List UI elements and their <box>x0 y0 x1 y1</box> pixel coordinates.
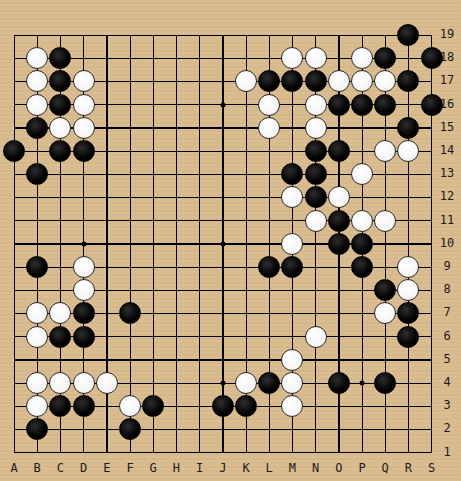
row-label-5: 5 <box>435 352 459 366</box>
stone-white-M18[interactable] <box>281 47 303 69</box>
column-label-G: G <box>150 461 157 475</box>
stone-black-M13[interactable] <box>281 163 303 185</box>
stone-white-D9[interactable] <box>73 256 95 278</box>
stone-black-R7[interactable] <box>397 302 419 324</box>
column-label-H: H <box>173 461 180 475</box>
stone-white-L16[interactable] <box>258 94 280 116</box>
row-label-9: 9 <box>435 259 459 273</box>
stone-black-R15[interactable] <box>397 117 419 139</box>
stone-black-S16[interactable] <box>421 94 443 116</box>
stone-black-P10[interactable] <box>351 233 373 255</box>
stone-white-M3[interactable] <box>281 395 303 417</box>
column-label-E: E <box>103 461 110 475</box>
column-label-N: N <box>312 461 319 475</box>
stone-white-R9[interactable] <box>397 256 419 278</box>
stone-black-P16[interactable] <box>351 94 373 116</box>
stone-black-C17[interactable] <box>49 70 71 92</box>
stone-white-R14[interactable] <box>397 140 419 162</box>
stone-black-C6[interactable] <box>49 326 71 348</box>
star-point-J16 <box>220 102 225 107</box>
column-label-Q: Q <box>382 461 389 475</box>
stone-black-N12[interactable] <box>305 186 327 208</box>
stone-white-Q14[interactable] <box>374 140 396 162</box>
stone-black-D14[interactable] <box>73 140 95 162</box>
stone-black-C16[interactable] <box>49 94 71 116</box>
stone-black-O4[interactable] <box>328 372 350 394</box>
stone-black-B15[interactable] <box>26 117 48 139</box>
stone-white-C15[interactable] <box>49 117 71 139</box>
stone-black-F7[interactable] <box>119 302 141 324</box>
stone-black-C14[interactable] <box>49 140 71 162</box>
stone-white-B6[interactable] <box>26 326 48 348</box>
stone-black-R19[interactable] <box>397 24 419 46</box>
stone-black-B9[interactable] <box>26 256 48 278</box>
row-label-15: 15 <box>435 120 459 134</box>
stone-white-D15[interactable] <box>73 117 95 139</box>
stone-white-B17[interactable] <box>26 70 48 92</box>
stone-black-R17[interactable] <box>397 70 419 92</box>
stone-white-P17[interactable] <box>351 70 373 92</box>
stone-black-B13[interactable] <box>26 163 48 185</box>
column-label-K: K <box>242 461 249 475</box>
stone-white-D17[interactable] <box>73 70 95 92</box>
stone-white-P11[interactable] <box>351 210 373 232</box>
stone-white-B4[interactable] <box>26 372 48 394</box>
stone-black-D6[interactable] <box>73 326 95 348</box>
stone-white-D4[interactable] <box>73 372 95 394</box>
stone-black-N14[interactable] <box>305 140 327 162</box>
row-label-11: 11 <box>435 213 459 227</box>
grid-horizontal-line-5 <box>14 359 433 360</box>
star-point-D10 <box>81 241 86 246</box>
stone-black-C3[interactable] <box>49 395 71 417</box>
stone-black-O14[interactable] <box>328 140 350 162</box>
stone-white-B3[interactable] <box>26 395 48 417</box>
stone-white-P13[interactable] <box>351 163 373 185</box>
stone-white-O12[interactable] <box>328 186 350 208</box>
stone-black-Q4[interactable] <box>374 372 396 394</box>
stone-white-C4[interactable] <box>49 372 71 394</box>
row-label-8: 8 <box>435 282 459 296</box>
column-label-B: B <box>34 461 41 475</box>
row-label-17: 17 <box>435 73 459 87</box>
stone-black-K3[interactable] <box>235 395 257 417</box>
stone-white-C7[interactable] <box>49 302 71 324</box>
column-label-C: C <box>57 461 64 475</box>
row-label-12: 12 <box>435 189 459 203</box>
stone-white-F3[interactable] <box>119 395 141 417</box>
stone-black-P9[interactable] <box>351 256 373 278</box>
stone-white-N6[interactable] <box>305 326 327 348</box>
stone-white-Q7[interactable] <box>374 302 396 324</box>
stone-black-N17[interactable] <box>305 70 327 92</box>
stone-black-F2[interactable] <box>119 418 141 440</box>
row-label-13: 13 <box>435 166 459 180</box>
stone-black-M17[interactable] <box>281 70 303 92</box>
column-label-L: L <box>266 461 273 475</box>
stone-black-L4[interactable] <box>258 372 280 394</box>
star-point-J10 <box>220 241 225 246</box>
grid-horizontal-line-1 <box>14 452 433 453</box>
column-label-A: A <box>10 461 17 475</box>
row-label-14: 14 <box>435 143 459 157</box>
column-label-O: O <box>335 461 342 475</box>
stone-black-Q18[interactable] <box>374 47 396 69</box>
stone-black-D7[interactable] <box>73 302 95 324</box>
column-label-F: F <box>126 461 133 475</box>
stone-white-K4[interactable] <box>235 372 257 394</box>
stone-black-Q8[interactable] <box>374 279 396 301</box>
row-label-1: 1 <box>435 445 459 459</box>
stone-black-S18[interactable] <box>421 47 443 69</box>
row-label-10: 10 <box>435 236 459 250</box>
stone-black-Q16[interactable] <box>374 94 396 116</box>
stone-white-M10[interactable] <box>281 233 303 255</box>
grid-vertical-line-R <box>408 35 409 454</box>
stone-white-Q17[interactable] <box>374 70 396 92</box>
stone-black-N13[interactable] <box>305 163 327 185</box>
row-label-6: 6 <box>435 329 459 343</box>
stone-white-D16[interactable] <box>73 94 95 116</box>
stone-black-L9[interactable] <box>258 256 280 278</box>
row-label-19: 19 <box>435 27 459 41</box>
stone-black-M9[interactable] <box>281 256 303 278</box>
stone-black-D3[interactable] <box>73 395 95 417</box>
stone-white-B18[interactable] <box>26 47 48 69</box>
grid-horizontal-line-2 <box>14 429 433 430</box>
stone-black-G3[interactable] <box>142 395 164 417</box>
stone-white-M4[interactable] <box>281 372 303 394</box>
stone-black-L17[interactable] <box>258 70 280 92</box>
row-label-4: 4 <box>435 375 459 389</box>
stone-black-J3[interactable] <box>212 395 234 417</box>
stone-white-L15[interactable] <box>258 117 280 139</box>
column-label-D: D <box>80 461 87 475</box>
column-label-S: S <box>428 461 435 475</box>
column-label-M: M <box>289 461 296 475</box>
stone-white-M12[interactable] <box>281 186 303 208</box>
stone-white-B7[interactable] <box>26 302 48 324</box>
stone-white-B16[interactable] <box>26 94 48 116</box>
row-label-7: 7 <box>435 305 459 319</box>
stone-white-D8[interactable] <box>73 279 95 301</box>
star-point-J4 <box>220 381 225 386</box>
stone-black-R6[interactable] <box>397 326 419 348</box>
stone-black-B2[interactable] <box>26 418 48 440</box>
stone-white-P18[interactable] <box>351 47 373 69</box>
stone-white-O17[interactable] <box>328 70 350 92</box>
stone-white-M5[interactable] <box>281 349 303 371</box>
star-point-P4 <box>360 381 365 386</box>
stone-black-O11[interactable] <box>328 210 350 232</box>
column-label-I: I <box>196 461 203 475</box>
stone-black-O10[interactable] <box>328 233 350 255</box>
column-label-P: P <box>358 461 365 475</box>
stone-white-N15[interactable] <box>305 117 327 139</box>
stone-white-R8[interactable] <box>397 279 419 301</box>
stone-black-C18[interactable] <box>49 47 71 69</box>
stone-black-A14[interactable] <box>3 140 25 162</box>
column-label-J: J <box>219 461 226 475</box>
stone-white-N18[interactable] <box>305 47 327 69</box>
stone-white-E4[interactable] <box>96 372 118 394</box>
stone-white-Q11[interactable] <box>374 210 396 232</box>
row-label-2: 2 <box>435 421 459 435</box>
stone-white-K17[interactable] <box>235 70 257 92</box>
stone-black-O16[interactable] <box>328 94 350 116</box>
column-label-R: R <box>405 461 412 475</box>
stone-white-N16[interactable] <box>305 94 327 116</box>
go-board[interactable]: ABCDEFGHIJKLMNOPQRS191817161514131211109… <box>0 0 461 481</box>
stone-white-N11[interactable] <box>305 210 327 232</box>
row-label-3: 3 <box>435 398 459 412</box>
